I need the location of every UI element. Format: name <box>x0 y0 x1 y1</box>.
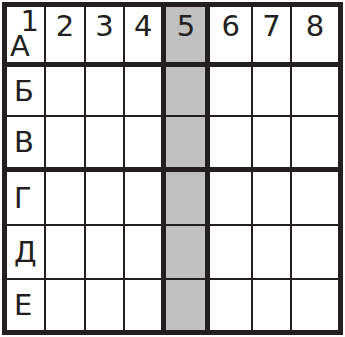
cell-В1[interactable]: В <box>7 117 46 172</box>
cell-Д2[interactable] <box>46 226 86 280</box>
cell-Е8[interactable] <box>292 280 338 330</box>
cell-Е3[interactable] <box>86 280 125 330</box>
row-label-Д: Д <box>14 238 37 267</box>
row-label-В: В <box>14 128 34 157</box>
cell-А7[interactable]: 7 <box>253 7 292 67</box>
column-label-6: 6 <box>221 12 239 41</box>
cell-Д8[interactable] <box>292 226 338 280</box>
cell-Г2[interactable] <box>46 172 86 226</box>
cell-Д4[interactable] <box>125 226 167 280</box>
cell-В8[interactable] <box>292 117 338 172</box>
cell-В2[interactable] <box>46 117 86 172</box>
cell-А2[interactable]: 2 <box>46 7 86 67</box>
column-label-8: 8 <box>306 12 324 41</box>
cell-А8[interactable]: 8 <box>292 7 338 67</box>
column-label-4: 4 <box>134 12 152 41</box>
cell-А4[interactable]: 4 <box>125 7 167 67</box>
cell-Г5[interactable] <box>166 172 210 226</box>
cell-Д5[interactable] <box>166 226 210 280</box>
cell-Д1[interactable]: Д <box>7 226 46 280</box>
cell-Е4[interactable] <box>125 280 167 330</box>
cell-Б8[interactable] <box>292 67 338 117</box>
cell-В7[interactable] <box>253 117 292 172</box>
cell-Г7[interactable] <box>253 172 292 226</box>
cell-Е2[interactable] <box>46 280 86 330</box>
column-label-5: 5 <box>177 12 195 41</box>
cell-Д6[interactable] <box>210 226 253 280</box>
cell-Е1[interactable]: Е <box>7 280 46 330</box>
cell-В6[interactable] <box>210 117 253 172</box>
column-label-2: 2 <box>56 12 74 41</box>
cell-Г3[interactable] <box>86 172 125 226</box>
puzzle-page: 1А2345678БВГДЕ <box>0 0 345 337</box>
cell-В4[interactable] <box>125 117 167 172</box>
row-label-Е: Е <box>14 291 32 320</box>
cell-Г6[interactable] <box>210 172 253 226</box>
cell-Е6[interactable] <box>210 280 253 330</box>
cell-А3[interactable]: 3 <box>86 7 125 67</box>
column-label-3: 3 <box>95 12 113 41</box>
cell-Б7[interactable] <box>253 67 292 117</box>
cell-Е7[interactable] <box>253 280 292 330</box>
cell-Б4[interactable] <box>125 67 167 117</box>
cell-Г1[interactable]: Г <box>7 172 46 226</box>
cell-Б6[interactable] <box>210 67 253 117</box>
cell-Г8[interactable] <box>292 172 338 226</box>
cell-Б2[interactable] <box>46 67 86 117</box>
row-label-Б: Б <box>14 77 34 106</box>
cell-Е5[interactable] <box>166 280 210 330</box>
cell-А1[interactable]: 1А <box>7 7 46 67</box>
cell-Б5[interactable] <box>166 67 210 117</box>
puzzle-board: 1А2345678БВГДЕ <box>2 2 343 335</box>
row-label-Г: Г <box>14 184 32 213</box>
cell-В5[interactable] <box>166 117 210 172</box>
cell-Г4[interactable] <box>125 172 167 226</box>
row-label-А: А <box>10 32 30 61</box>
cell-Б1[interactable]: Б <box>7 67 46 117</box>
cell-Б3[interactable] <box>86 67 125 117</box>
cell-А6[interactable]: 6 <box>210 7 253 67</box>
cell-Д3[interactable] <box>86 226 125 280</box>
cell-А5[interactable]: 5 <box>166 7 210 67</box>
column-label-7: 7 <box>262 12 280 41</box>
cell-В3[interactable] <box>86 117 125 172</box>
cell-Д7[interactable] <box>253 226 292 280</box>
